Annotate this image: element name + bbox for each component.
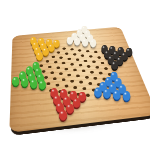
hole[interactable] [97, 56, 101, 59]
chinese-checkers-board: ●●●●●●●●●●●●●●●●●●●●●●●●●●●●●●●●●●●●●●●●… [9, 27, 150, 133]
peg-green[interactable]: ● [21, 78, 29, 88]
peg-green[interactable]: ● [12, 77, 20, 87]
peg-glyph: ● [112, 88, 120, 101]
peg-white[interactable]: ● [66, 37, 73, 45]
peg-white[interactable]: ● [82, 38, 89, 46]
peg-white[interactable]: ● [74, 37, 81, 45]
peg-glyph: ● [103, 86, 111, 99]
peg-glyph: ● [12, 74, 20, 86]
peg-glyph: ● [59, 108, 68, 122]
peg-glyph: ● [29, 77, 37, 89]
peg-blue[interactable]: ● [93, 87, 101, 97]
peg-glyph: ● [93, 85, 101, 98]
peg-glyph: ● [38, 78, 46, 90]
peg-blue[interactable]: ● [122, 91, 130, 101]
photo-scene: ●●●●●●●●●●●●●●●●●●●●●●●●●●●●●●●●●●●●●●●●… [0, 0, 150, 150]
peg-glyph: ● [122, 89, 130, 102]
peg-green[interactable]: ● [38, 80, 46, 90]
peg-blue[interactable]: ● [112, 90, 120, 100]
peg-glyph: ● [89, 37, 96, 48]
scene-3d: ●●●●●●●●●●●●●●●●●●●●●●●●●●●●●●●●●●●●●●●●… [9, 27, 150, 133]
peg-green[interactable]: ● [29, 79, 37, 89]
peg-glyph: ● [66, 35, 73, 45]
peg-white[interactable]: ● [89, 39, 96, 47]
peg-glyph: ● [82, 37, 89, 48]
peg-glyph: ● [74, 36, 81, 47]
peg-blue[interactable]: ● [103, 89, 111, 99]
peg-glyph: ● [21, 76, 29, 88]
peg-red[interactable]: ● [59, 110, 68, 121]
